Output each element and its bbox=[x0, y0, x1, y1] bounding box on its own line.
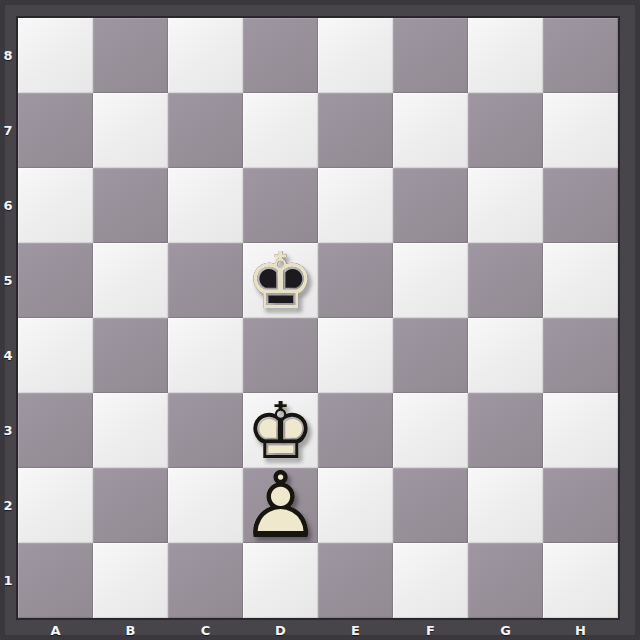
square-c3[interactable] bbox=[168, 393, 243, 468]
square-b4[interactable] bbox=[93, 318, 168, 393]
file-label-b: B bbox=[93, 620, 168, 640]
piece-white-pawn[interactable]: ♟♙ bbox=[243, 468, 318, 543]
white-pawn-glyph-outline: ♙ bbox=[243, 468, 318, 543]
square-c8[interactable] bbox=[168, 18, 243, 93]
square-e2[interactable] bbox=[318, 468, 393, 543]
square-a8[interactable] bbox=[18, 18, 93, 93]
square-c5[interactable] bbox=[168, 243, 243, 318]
square-a3[interactable] bbox=[18, 393, 93, 468]
square-a2[interactable] bbox=[18, 468, 93, 543]
square-h4[interactable] bbox=[543, 318, 618, 393]
square-f4[interactable] bbox=[393, 318, 468, 393]
square-e6[interactable] bbox=[318, 168, 393, 243]
square-g2[interactable] bbox=[468, 468, 543, 543]
rank-label-1: 1 bbox=[0, 543, 16, 618]
rank-label-6: 6 bbox=[0, 168, 16, 243]
square-g1[interactable] bbox=[468, 543, 543, 618]
rank-label-7: 7 bbox=[0, 93, 16, 168]
square-h3[interactable] bbox=[543, 393, 618, 468]
square-d6[interactable] bbox=[243, 168, 318, 243]
chessboard-frame: 87654321 ♚♔♚♔♟♙ ABCDEFGH bbox=[0, 0, 640, 640]
rank-label-5: 5 bbox=[0, 243, 16, 318]
square-d5[interactable]: ♚♔ bbox=[243, 243, 318, 318]
square-c7[interactable] bbox=[168, 93, 243, 168]
square-a4[interactable] bbox=[18, 318, 93, 393]
file-labels: ABCDEFGH bbox=[18, 620, 618, 640]
square-d2[interactable]: ♟♙ bbox=[243, 468, 318, 543]
square-b8[interactable] bbox=[93, 18, 168, 93]
square-a7[interactable] bbox=[18, 93, 93, 168]
square-a6[interactable] bbox=[18, 168, 93, 243]
file-label-a: A bbox=[18, 620, 93, 640]
square-d8[interactable] bbox=[243, 18, 318, 93]
square-d1[interactable] bbox=[243, 543, 318, 618]
square-e4[interactable] bbox=[318, 318, 393, 393]
square-c1[interactable] bbox=[168, 543, 243, 618]
square-g6[interactable] bbox=[468, 168, 543, 243]
square-h7[interactable] bbox=[543, 93, 618, 168]
square-g3[interactable] bbox=[468, 393, 543, 468]
square-b7[interactable] bbox=[93, 93, 168, 168]
square-f8[interactable] bbox=[393, 18, 468, 93]
square-b5[interactable] bbox=[93, 243, 168, 318]
square-d4[interactable] bbox=[243, 318, 318, 393]
rank-label-3: 3 bbox=[0, 393, 16, 468]
square-g5[interactable] bbox=[468, 243, 543, 318]
square-b6[interactable] bbox=[93, 168, 168, 243]
square-h8[interactable] bbox=[543, 18, 618, 93]
square-d7[interactable] bbox=[243, 93, 318, 168]
square-e3[interactable] bbox=[318, 393, 393, 468]
square-c6[interactable] bbox=[168, 168, 243, 243]
board: ♚♔♚♔♟♙ bbox=[16, 16, 620, 620]
square-c2[interactable] bbox=[168, 468, 243, 543]
square-e7[interactable] bbox=[318, 93, 393, 168]
rank-labels: 87654321 bbox=[0, 18, 16, 618]
file-label-d: D bbox=[243, 620, 318, 640]
file-label-h: H bbox=[543, 620, 618, 640]
square-e8[interactable] bbox=[318, 18, 393, 93]
file-label-c: C bbox=[168, 620, 243, 640]
square-b2[interactable] bbox=[93, 468, 168, 543]
square-f5[interactable] bbox=[393, 243, 468, 318]
square-f1[interactable] bbox=[393, 543, 468, 618]
square-f7[interactable] bbox=[393, 93, 468, 168]
file-label-f: F bbox=[393, 620, 468, 640]
piece-black-king[interactable]: ♚♔ bbox=[243, 243, 318, 318]
square-h2[interactable] bbox=[543, 468, 618, 543]
square-h6[interactable] bbox=[543, 168, 618, 243]
square-f6[interactable] bbox=[393, 168, 468, 243]
file-label-e: E bbox=[318, 620, 393, 640]
square-b1[interactable] bbox=[93, 543, 168, 618]
square-f2[interactable] bbox=[393, 468, 468, 543]
square-a5[interactable] bbox=[18, 243, 93, 318]
square-g8[interactable] bbox=[468, 18, 543, 93]
square-e1[interactable] bbox=[318, 543, 393, 618]
square-h5[interactable] bbox=[543, 243, 618, 318]
rank-label-8: 8 bbox=[0, 18, 16, 93]
square-c4[interactable] bbox=[168, 318, 243, 393]
black-king-glyph-outline: ♔ bbox=[243, 243, 318, 318]
square-a1[interactable] bbox=[18, 543, 93, 618]
file-label-g: G bbox=[468, 620, 543, 640]
square-f3[interactable] bbox=[393, 393, 468, 468]
square-b3[interactable] bbox=[93, 393, 168, 468]
square-g7[interactable] bbox=[468, 93, 543, 168]
square-h1[interactable] bbox=[543, 543, 618, 618]
rank-label-4: 4 bbox=[0, 318, 16, 393]
square-g4[interactable] bbox=[468, 318, 543, 393]
rank-label-2: 2 bbox=[0, 468, 16, 543]
square-e5[interactable] bbox=[318, 243, 393, 318]
